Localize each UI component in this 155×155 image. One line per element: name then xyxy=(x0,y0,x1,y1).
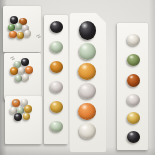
card-cluster-top-left xyxy=(3,6,41,52)
green-cabochon xyxy=(8,24,15,31)
orange-cabochon xyxy=(78,103,96,120)
white-cabochon xyxy=(79,123,96,139)
sage-cabochon xyxy=(127,54,140,66)
lavender-cabochon xyxy=(79,83,96,99)
yellow-cabochon xyxy=(127,112,140,124)
celadon-cabochon xyxy=(50,121,63,132)
card-strip-small xyxy=(44,15,68,144)
gold-cabochon xyxy=(24,105,32,113)
black-cabochon xyxy=(14,113,22,121)
lavender-cabochon xyxy=(50,81,63,93)
lavender-cabochon xyxy=(127,94,140,106)
black-cabochon xyxy=(21,58,29,66)
card-cluster-bottom-left xyxy=(5,96,42,144)
card-cluster-middle-left xyxy=(4,53,41,100)
orange-cabochon xyxy=(25,66,33,74)
orange-cabochon xyxy=(9,31,17,38)
white-cabochon xyxy=(18,67,25,74)
photo-stage xyxy=(0,0,155,155)
card-strip-large xyxy=(70,13,106,152)
white-cabochon xyxy=(22,74,29,81)
yellow-cabochon xyxy=(23,113,30,120)
white-cabochon xyxy=(24,30,31,37)
apricot-cabochon xyxy=(78,63,96,80)
pencil-mark xyxy=(36,34,40,37)
white-cabochon xyxy=(127,34,140,46)
carnelian-cabochon xyxy=(127,74,140,87)
pencil-mark xyxy=(13,99,17,102)
card-strip-right xyxy=(117,23,148,150)
celadon-cabochon xyxy=(15,75,22,82)
pencil-mark xyxy=(10,56,14,59)
black-cabochon xyxy=(127,131,140,143)
celadon-cabochon xyxy=(50,41,63,53)
celadon-cabochon xyxy=(79,43,96,60)
black-cabochon xyxy=(50,21,63,33)
amber-cabochon xyxy=(10,67,18,75)
celadon-cabochon xyxy=(15,23,22,30)
amber-cabochon xyxy=(50,61,63,73)
black-cabochon xyxy=(79,21,96,40)
gold-cabochon xyxy=(17,32,24,39)
gold-cabochon xyxy=(50,101,63,113)
